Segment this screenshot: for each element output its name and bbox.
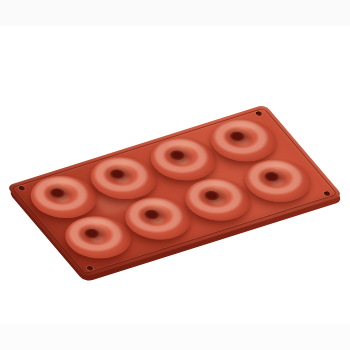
background-band-top xyxy=(0,0,350,26)
product-photo-canvas xyxy=(0,0,350,350)
cavity-grid xyxy=(20,113,329,269)
background-band-bottom xyxy=(0,324,350,350)
